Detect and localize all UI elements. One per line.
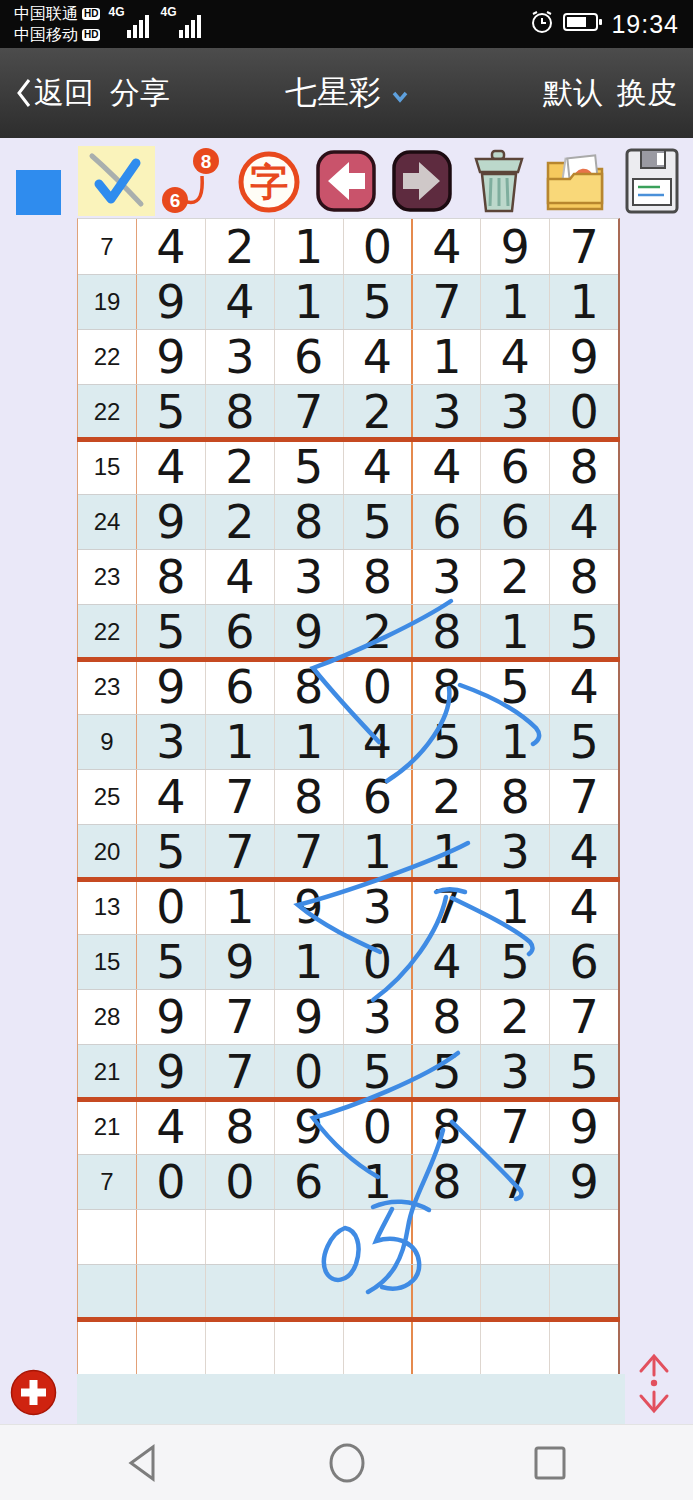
row-label: 13 xyxy=(78,879,136,934)
grid-cell: 8 xyxy=(274,659,343,714)
grid-cell: 9 xyxy=(549,330,618,384)
app-header: 返回 分享 七星彩 默认 换皮 xyxy=(0,48,693,138)
nav-back-button[interactable] xyxy=(83,1441,203,1485)
grid-cell xyxy=(136,1210,205,1264)
nav-back-icon xyxy=(123,1441,163,1485)
grid-cell: 3 xyxy=(136,715,205,769)
grid-row: 249285664 xyxy=(78,494,618,549)
grid-cell: 4 xyxy=(480,330,549,384)
grid-cell: 9 xyxy=(136,330,205,384)
row-label: 19 xyxy=(78,275,136,329)
grid-cell: 4 xyxy=(411,219,480,274)
hd-badge-1: HD xyxy=(82,8,100,20)
grid-cell: 4 xyxy=(136,770,205,824)
row-label: 24 xyxy=(78,495,136,549)
grid-cell: 8 xyxy=(411,1099,480,1154)
undo-button[interactable] xyxy=(308,146,385,216)
status-bar: 中国联通HD 中国移动HD 4G 4G xyxy=(0,0,693,48)
row-label: 20 xyxy=(78,825,136,879)
pen-check-icon xyxy=(84,148,148,214)
add-button[interactable] xyxy=(10,1369,57,1416)
row-label: 22 xyxy=(78,385,136,439)
grid-cell: 7 xyxy=(549,770,618,824)
undo-arrow-icon xyxy=(314,147,378,215)
grid-cell: 4 xyxy=(549,879,618,934)
grid-cell: 7 xyxy=(205,825,274,879)
grid-cell: 9 xyxy=(274,879,343,934)
grid-row: 74210497 xyxy=(78,219,618,274)
grid-cell: 8 xyxy=(205,385,274,439)
grid-cell: 4 xyxy=(136,219,205,274)
grid-cell xyxy=(411,1210,480,1264)
grid-row: 205771134 xyxy=(78,824,618,879)
grid-row: 70061879 xyxy=(78,1154,618,1209)
grid-cell: 2 xyxy=(480,990,549,1044)
scroll-arrows-icon xyxy=(636,1350,672,1418)
group-separator-line xyxy=(77,1317,620,1322)
grid-cell: 1 xyxy=(480,275,549,329)
grid-cell: 3 xyxy=(411,385,480,439)
grid-cell: 3 xyxy=(343,990,412,1044)
grid-cell xyxy=(136,1319,205,1374)
skin-default-button[interactable]: 默认 xyxy=(543,73,603,114)
grid-cell: 2 xyxy=(411,770,480,824)
grid-cell: 4 xyxy=(205,550,274,604)
grid-cell: 4 xyxy=(411,935,480,989)
grid-cell: 2 xyxy=(205,495,274,549)
grid-cell: 5 xyxy=(411,1045,480,1099)
grid-cell: 9 xyxy=(136,659,205,714)
grid-cell: 6 xyxy=(205,605,274,659)
svg-text:8: 8 xyxy=(200,151,211,172)
grid-cell xyxy=(549,1210,618,1264)
grid-cell: 0 xyxy=(343,1099,412,1154)
group-separator-line xyxy=(77,1097,620,1102)
grid-cell: 5 xyxy=(549,605,618,659)
grid-cell: 7 xyxy=(411,879,480,934)
grid-cell: 1 xyxy=(205,715,274,769)
svg-text:字: 字 xyxy=(250,161,288,203)
back-button[interactable]: 返回 xyxy=(16,73,94,114)
scroll-up-down-control[interactable] xyxy=(636,1350,672,1422)
redo-arrow-icon xyxy=(390,147,454,215)
carrier2-label: 中国移动 xyxy=(14,25,78,45)
nav-home-icon xyxy=(325,1441,369,1485)
grid-cell: 4 xyxy=(411,439,480,494)
gallery-button[interactable] xyxy=(537,146,614,216)
pen-check-tool-button[interactable] xyxy=(78,146,155,216)
grid-cell: 0 xyxy=(136,1155,205,1209)
grid-row: 229364149 xyxy=(78,329,618,384)
grid-cell: 9 xyxy=(274,605,343,659)
grid-cell: 7 xyxy=(549,990,618,1044)
alarm-icon xyxy=(529,9,555,39)
clock-time: 19:34 xyxy=(611,10,679,39)
grid-cell xyxy=(411,1265,480,1319)
footer-strip xyxy=(77,1374,625,1424)
grid-cell: 4 xyxy=(343,715,412,769)
grid-cell: 3 xyxy=(480,385,549,439)
save-button[interactable] xyxy=(614,146,691,216)
grid-cell: 1 xyxy=(274,275,343,329)
grid-cell: 8 xyxy=(411,605,480,659)
grid-cell xyxy=(343,1210,412,1264)
grid-cell xyxy=(274,1265,343,1319)
grid-cell xyxy=(205,1319,274,1374)
gallery-folder-icon xyxy=(540,145,610,217)
grid-cell: 6 xyxy=(274,1155,343,1209)
grid-cell: 3 xyxy=(205,330,274,384)
nav-home-button[interactable] xyxy=(287,1441,407,1485)
grid-cell: 5 xyxy=(480,659,549,714)
grid-cell: 4 xyxy=(343,330,412,384)
link-numbers-tool-button[interactable]: 6 8 xyxy=(155,146,232,216)
grid-cell: 1 xyxy=(274,219,343,274)
grid-cell: 4 xyxy=(549,825,618,879)
grid-row: 155910456 xyxy=(78,934,618,989)
grid-cell: 0 xyxy=(205,1155,274,1209)
grid-cell: 0 xyxy=(343,659,412,714)
grid-row: 289793827 xyxy=(78,989,618,1044)
grid-row: 219705535 xyxy=(78,1044,618,1099)
nav-recents-icon xyxy=(530,1441,570,1485)
carrier-info: 中国联通HD 中国移动HD xyxy=(14,4,100,45)
row-label: 23 xyxy=(78,550,136,604)
row-label: 22 xyxy=(78,330,136,384)
grid-cell: 0 xyxy=(136,879,205,934)
grid-cell: 9 xyxy=(480,219,549,274)
grid-cell: 6 xyxy=(411,495,480,549)
row-label: 21 xyxy=(78,1099,136,1154)
row-label: 15 xyxy=(78,935,136,989)
grid-cell: 9 xyxy=(136,275,205,329)
grid-cell: 9 xyxy=(136,990,205,1044)
grid-cell: 7 xyxy=(274,385,343,439)
grid-cell: 5 xyxy=(136,385,205,439)
grid-cell: 1 xyxy=(411,330,480,384)
row-label: 9 xyxy=(78,715,136,769)
text-tool-button[interactable]: 字 xyxy=(231,146,308,216)
grid-cell: 1 xyxy=(274,935,343,989)
grid-cell xyxy=(549,1265,618,1319)
row-label xyxy=(78,1210,136,1264)
grid-cell: 1 xyxy=(343,825,412,879)
grid-cell: 9 xyxy=(205,935,274,989)
grid-cell: 9 xyxy=(549,1099,618,1154)
back-chevron-icon xyxy=(16,77,32,109)
row-label: 22 xyxy=(78,605,136,659)
grid-cell: 2 xyxy=(343,605,412,659)
row-label xyxy=(78,1319,136,1374)
grid-cell: 7 xyxy=(205,770,274,824)
grid-cell: 1 xyxy=(411,825,480,879)
grid-cell: 7 xyxy=(205,990,274,1044)
nav-recents-button[interactable] xyxy=(490,1441,610,1485)
grid-cell: 5 xyxy=(480,935,549,989)
grid-cell xyxy=(480,1210,549,1264)
trend-grid[interactable]: 7421049719941571122936414922587233015425… xyxy=(77,218,620,1375)
grid-cell: 2 xyxy=(205,219,274,274)
hd-badge-2: HD xyxy=(82,29,100,41)
grid-cell: 5 xyxy=(274,439,343,494)
grid-cell: 6 xyxy=(343,770,412,824)
grid-row xyxy=(78,1264,618,1319)
grid-cell xyxy=(274,1210,343,1264)
save-floppy-icon xyxy=(619,145,685,217)
share-button[interactable]: 分享 xyxy=(110,73,170,114)
grid-cell xyxy=(480,1265,549,1319)
grid-cell: 2 xyxy=(480,550,549,604)
row-label: 21 xyxy=(78,1045,136,1099)
grid-cell: 8 xyxy=(274,495,343,549)
grid-cell: 3 xyxy=(480,1045,549,1099)
grid-cell: 7 xyxy=(205,1045,274,1099)
toolbar: 6 8 字 xyxy=(78,146,690,216)
grid-cell: 5 xyxy=(343,495,412,549)
grid-cell: 4 xyxy=(136,439,205,494)
grid-cell: 1 xyxy=(480,879,549,934)
grid-row: 214890879 xyxy=(78,1099,618,1154)
grid-cell: 6 xyxy=(480,495,549,549)
grid-cell: 3 xyxy=(274,550,343,604)
carrier1-label: 中国联通 xyxy=(14,4,78,24)
grid-row: 199415711 xyxy=(78,274,618,329)
plus-icon xyxy=(10,1369,57,1416)
row-label: 7 xyxy=(78,219,136,274)
grid-cell: 4 xyxy=(136,1099,205,1154)
signal-icon-sim2: 4G xyxy=(160,4,206,40)
android-nav-bar xyxy=(0,1424,693,1500)
link-6-8-icon: 6 8 xyxy=(161,146,225,216)
redo-button[interactable] xyxy=(384,146,461,216)
group-separator-line xyxy=(77,877,620,882)
trash-icon xyxy=(464,145,534,217)
grid-cell: 9 xyxy=(136,1045,205,1099)
grid-cell: 7 xyxy=(411,275,480,329)
svg-text:6: 6 xyxy=(169,190,180,211)
grid-cell: 4 xyxy=(205,275,274,329)
chevron-down-icon xyxy=(392,91,408,103)
color-swatch-blue[interactable] xyxy=(16,170,61,215)
grid-cell: 1 xyxy=(205,879,274,934)
grid-cell xyxy=(343,1319,412,1374)
grid-cell: 1 xyxy=(480,605,549,659)
grid-cell: 0 xyxy=(274,1045,343,1099)
grid-cell: 6 xyxy=(274,330,343,384)
grid-cell: 0 xyxy=(343,219,412,274)
grid-row: 238438328 xyxy=(78,549,618,604)
signal-icon-sim1: 4G xyxy=(108,4,154,40)
grid-row: 225692815 xyxy=(78,604,618,659)
grid-cell: 8 xyxy=(136,550,205,604)
grid-cell: 7 xyxy=(480,1155,549,1209)
grid-cell: 2 xyxy=(343,385,412,439)
battery-icon xyxy=(563,12,603,36)
grid-cell: 5 xyxy=(549,715,618,769)
row-label: 23 xyxy=(78,659,136,714)
grid-cell xyxy=(274,1319,343,1374)
grid-cell: 5 xyxy=(549,1045,618,1099)
grid-cell: 8 xyxy=(343,550,412,604)
grid-row: 254786287 xyxy=(78,769,618,824)
grid-cell: 2 xyxy=(205,439,274,494)
grid-cell: 4 xyxy=(549,495,618,549)
grid-cell: 6 xyxy=(205,659,274,714)
grid-cell: 7 xyxy=(274,825,343,879)
grid-cell: 3 xyxy=(343,879,412,934)
grid-row: 239680854 xyxy=(78,659,618,714)
grid-cell: 1 xyxy=(343,1155,412,1209)
row-label: 28 xyxy=(78,990,136,1044)
grid-cell: 0 xyxy=(549,385,618,439)
grid-cell: 9 xyxy=(136,495,205,549)
grid-cell: 8 xyxy=(205,1099,274,1154)
grid-row xyxy=(78,1209,618,1264)
grid-cell xyxy=(205,1265,274,1319)
skin-change-button[interactable]: 换皮 xyxy=(617,73,677,114)
page-title: 七星彩 xyxy=(285,74,381,110)
row-label: 25 xyxy=(78,770,136,824)
grid-cell xyxy=(343,1265,412,1319)
grid-cell: 8 xyxy=(480,770,549,824)
grid-row: 93114515 xyxy=(78,714,618,769)
grid-row xyxy=(78,1319,618,1374)
grid-cell: 6 xyxy=(549,935,618,989)
grid-cell xyxy=(136,1265,205,1319)
grid-cell: 7 xyxy=(480,1099,549,1154)
grid-cell: 0 xyxy=(343,935,412,989)
title-dropdown[interactable]: 七星彩 xyxy=(285,74,408,110)
grid-cell: 5 xyxy=(136,935,205,989)
grid-cell: 8 xyxy=(274,770,343,824)
grid-cell: 9 xyxy=(274,990,343,1044)
grid-cell: 1 xyxy=(480,715,549,769)
grid-cell: 9 xyxy=(274,1099,343,1154)
grid-cell: 3 xyxy=(480,825,549,879)
row-label: 15 xyxy=(78,439,136,494)
grid-cell: 5 xyxy=(136,825,205,879)
grid-row: 154254468 xyxy=(78,439,618,494)
group-separator-line xyxy=(77,657,620,662)
grid-cell xyxy=(480,1319,549,1374)
grid-cell: 5 xyxy=(343,1045,412,1099)
grid-cell: 4 xyxy=(343,439,412,494)
grid-cell: 3 xyxy=(411,550,480,604)
grid-cell: 8 xyxy=(549,439,618,494)
grid-cell: 5 xyxy=(343,275,412,329)
grid-cell xyxy=(205,1210,274,1264)
grid-cell xyxy=(411,1319,480,1374)
grid-cell: 1 xyxy=(274,715,343,769)
grid-cell: 5 xyxy=(136,605,205,659)
grid-cell xyxy=(549,1319,618,1374)
trash-button[interactable] xyxy=(461,146,538,216)
grid-cell: 8 xyxy=(411,659,480,714)
row-label: 7 xyxy=(78,1155,136,1209)
grid-cell: 5 xyxy=(411,715,480,769)
grid-cell: 6 xyxy=(480,439,549,494)
grid-row: 225872330 xyxy=(78,384,618,439)
grid-row: 130193714 xyxy=(78,879,618,934)
phone-screen: 中国联通HD 中国移动HD 4G 4G xyxy=(0,0,693,1500)
grid-cell: 8 xyxy=(411,990,480,1044)
grid-cell: 8 xyxy=(411,1155,480,1209)
grid-cell: 1 xyxy=(549,275,618,329)
grid-cell: 4 xyxy=(549,659,618,714)
grid-cell: 8 xyxy=(549,550,618,604)
row-label xyxy=(78,1265,136,1319)
group-separator-line xyxy=(77,437,620,442)
text-zi-icon: 字 xyxy=(236,147,302,215)
grid-cell: 9 xyxy=(549,1155,618,1209)
grid-cell: 7 xyxy=(549,219,618,274)
